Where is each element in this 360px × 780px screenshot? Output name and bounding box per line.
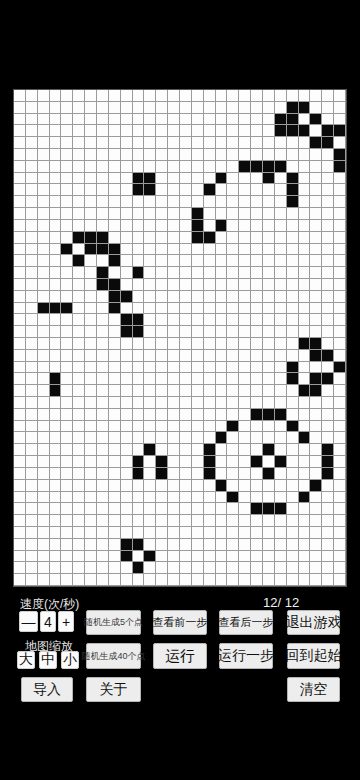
cell-r10-c9[interactable]	[121, 208, 133, 220]
cell-r2-c25[interactable]	[310, 114, 322, 126]
cell-r3-c1[interactable]	[26, 125, 38, 137]
cell-r17-c15[interactable]	[192, 291, 204, 303]
cell-r0-c18[interactable]	[227, 90, 239, 102]
cell-r25-c10[interactable]	[133, 385, 145, 397]
cell-r9-c13[interactable]	[168, 196, 180, 208]
cell-r2-c14[interactable]	[180, 114, 192, 126]
cell-r33-c16[interactable]	[204, 480, 216, 492]
cell-r6-c13[interactable]	[168, 161, 180, 173]
cell-r10-c12[interactable]	[156, 208, 168, 220]
cell-r15-c20[interactable]	[251, 267, 263, 279]
cell-r37-c13[interactable]	[168, 527, 180, 539]
cell-r3-c9[interactable]	[121, 125, 133, 137]
cell-r1-c17[interactable]	[216, 102, 228, 114]
cell-r11-c19[interactable]	[239, 220, 251, 232]
cell-r9-c8[interactable]	[109, 196, 121, 208]
cell-r38-c24[interactable]	[299, 539, 311, 551]
cell-r13-c11[interactable]	[144, 244, 156, 256]
cell-r17-c23[interactable]	[287, 291, 299, 303]
cell-r33-c18[interactable]	[227, 480, 239, 492]
cell-r40-c19[interactable]	[239, 562, 251, 574]
cell-r38-c15[interactable]	[192, 539, 204, 551]
cell-r10-c1[interactable]	[26, 208, 38, 220]
cell-r8-c4[interactable]	[61, 184, 73, 196]
cell-r37-c11[interactable]	[144, 527, 156, 539]
cell-r10-c3[interactable]	[50, 208, 62, 220]
cell-r16-c9[interactable]	[121, 279, 133, 291]
cell-r15-c10[interactable]	[133, 267, 145, 279]
cell-r16-c6[interactable]	[85, 279, 97, 291]
cell-r6-c1[interactable]	[26, 161, 38, 173]
cell-r26-c5[interactable]	[73, 397, 85, 409]
cell-r0-c16[interactable]	[204, 90, 216, 102]
cell-r16-c5[interactable]	[73, 279, 85, 291]
cell-r15-c5[interactable]	[73, 267, 85, 279]
cell-r33-c17[interactable]	[216, 480, 228, 492]
cell-r39-c22[interactable]	[275, 551, 287, 563]
cell-r9-c7[interactable]	[97, 196, 109, 208]
cell-r22-c23[interactable]	[287, 350, 299, 362]
cell-r40-c20[interactable]	[251, 562, 263, 574]
cell-r24-c3[interactable]	[50, 373, 62, 385]
cell-r41-c26[interactable]	[322, 574, 334, 586]
cell-r5-c8[interactable]	[109, 149, 121, 161]
cell-r27-c26[interactable]	[322, 409, 334, 421]
cell-r10-c26[interactable]	[322, 208, 334, 220]
cell-r32-c4[interactable]	[61, 468, 73, 480]
cell-r37-c24[interactable]	[299, 527, 311, 539]
cell-r27-c15[interactable]	[192, 409, 204, 421]
cell-r27-c3[interactable]	[50, 409, 62, 421]
back-to-start-button[interactable]: 回到起始	[287, 643, 340, 669]
cell-r4-c19[interactable]	[239, 137, 251, 149]
cell-r9-c0[interactable]	[14, 196, 26, 208]
cell-r24-c19[interactable]	[239, 373, 251, 385]
cell-r2-c23[interactable]	[287, 114, 299, 126]
cell-r9-c19[interactable]	[239, 196, 251, 208]
cell-r5-c3[interactable]	[50, 149, 62, 161]
cell-r11-c22[interactable]	[275, 220, 287, 232]
cell-r19-c3[interactable]	[50, 314, 62, 326]
cell-r32-c17[interactable]	[216, 468, 228, 480]
cell-r25-c19[interactable]	[239, 385, 251, 397]
cell-r32-c5[interactable]	[73, 468, 85, 480]
cell-r21-c8[interactable]	[109, 338, 121, 350]
cell-r12-c15[interactable]	[192, 232, 204, 244]
cell-r31-c19[interactable]	[239, 456, 251, 468]
cell-r25-c1[interactable]	[26, 385, 38, 397]
cell-r26-c4[interactable]	[61, 397, 73, 409]
cell-r35-c15[interactable]	[192, 503, 204, 515]
cell-r14-c24[interactable]	[299, 255, 311, 267]
cell-r35-c25[interactable]	[310, 503, 322, 515]
cell-r20-c20[interactable]	[251, 326, 263, 338]
cell-r33-c2[interactable]	[38, 480, 50, 492]
cell-r34-c6[interactable]	[85, 492, 97, 504]
cell-r7-c18[interactable]	[227, 173, 239, 185]
cell-r24-c25[interactable]	[310, 373, 322, 385]
cell-r8-c9[interactable]	[121, 184, 133, 196]
cell-r10-c10[interactable]	[133, 208, 145, 220]
cell-r5-c7[interactable]	[97, 149, 109, 161]
cell-r19-c7[interactable]	[97, 314, 109, 326]
cell-r25-c24[interactable]	[299, 385, 311, 397]
cell-r5-c26[interactable]	[322, 149, 334, 161]
cell-r29-c27[interactable]	[334, 432, 346, 444]
cell-r21-c20[interactable]	[251, 338, 263, 350]
cell-r30-c9[interactable]	[121, 444, 133, 456]
cell-r16-c27[interactable]	[334, 279, 346, 291]
cell-r0-c13[interactable]	[168, 90, 180, 102]
cell-r21-c26[interactable]	[322, 338, 334, 350]
cell-r32-c18[interactable]	[227, 468, 239, 480]
cell-r32-c22[interactable]	[275, 468, 287, 480]
cell-r33-c23[interactable]	[287, 480, 299, 492]
cell-r38-c11[interactable]	[144, 539, 156, 551]
cell-r4-c18[interactable]	[227, 137, 239, 149]
cell-r6-c23[interactable]	[287, 161, 299, 173]
run-one-step-button[interactable]: 运行一步	[219, 643, 273, 669]
cell-r20-c1[interactable]	[26, 326, 38, 338]
cell-r37-c17[interactable]	[216, 527, 228, 539]
cell-r23-c4[interactable]	[61, 362, 73, 374]
cell-r41-c5[interactable]	[73, 574, 85, 586]
cell-r40-c9[interactable]	[121, 562, 133, 574]
cell-r7-c22[interactable]	[275, 173, 287, 185]
clear-button[interactable]: 清空	[287, 677, 340, 702]
cell-r40-c18[interactable]	[227, 562, 239, 574]
cell-r29-c20[interactable]	[251, 432, 263, 444]
cell-r35-c26[interactable]	[322, 503, 334, 515]
cell-r4-c11[interactable]	[144, 137, 156, 149]
cell-r25-c8[interactable]	[109, 385, 121, 397]
cell-r23-c17[interactable]	[216, 362, 228, 374]
cell-r9-c15[interactable]	[192, 196, 204, 208]
cell-r23-c12[interactable]	[156, 362, 168, 374]
cell-r11-c23[interactable]	[287, 220, 299, 232]
cell-r30-c22[interactable]	[275, 444, 287, 456]
cell-r0-c6[interactable]	[85, 90, 97, 102]
speed-decrease-button[interactable]: —	[19, 611, 38, 632]
cell-r41-c19[interactable]	[239, 574, 251, 586]
cell-r20-c12[interactable]	[156, 326, 168, 338]
cell-r18-c23[interactable]	[287, 303, 299, 315]
cell-r34-c9[interactable]	[121, 492, 133, 504]
cell-r12-c2[interactable]	[38, 232, 50, 244]
cell-r38-c8[interactable]	[109, 539, 121, 551]
cell-r12-c7[interactable]	[97, 232, 109, 244]
cell-r1-c25[interactable]	[310, 102, 322, 114]
cell-r16-c16[interactable]	[204, 279, 216, 291]
cell-r24-c17[interactable]	[216, 373, 228, 385]
cell-r18-c15[interactable]	[192, 303, 204, 315]
cell-r39-c7[interactable]	[97, 551, 109, 563]
cell-r5-c6[interactable]	[85, 149, 97, 161]
cell-r5-c23[interactable]	[287, 149, 299, 161]
cell-r5-c25[interactable]	[310, 149, 322, 161]
cell-r39-c15[interactable]	[192, 551, 204, 563]
cell-r35-c3[interactable]	[50, 503, 62, 515]
cell-r5-c9[interactable]	[121, 149, 133, 161]
cell-r32-c20[interactable]	[251, 468, 263, 480]
cell-r7-c25[interactable]	[310, 173, 322, 185]
cell-r10-c18[interactable]	[227, 208, 239, 220]
cell-r19-c2[interactable]	[38, 314, 50, 326]
cell-r1-c0[interactable]	[14, 102, 26, 114]
zoom-large-button[interactable]: 大	[17, 651, 35, 669]
cell-r7-c14[interactable]	[180, 173, 192, 185]
cell-r9-c20[interactable]	[251, 196, 263, 208]
cell-r10-c6[interactable]	[85, 208, 97, 220]
cell-r40-c23[interactable]	[287, 562, 299, 574]
cell-r34-c12[interactable]	[156, 492, 168, 504]
cell-r21-c5[interactable]	[73, 338, 85, 350]
cell-r2-c26[interactable]	[322, 114, 334, 126]
cell-r24-c8[interactable]	[109, 373, 121, 385]
cell-r22-c14[interactable]	[180, 350, 192, 362]
cell-r13-c3[interactable]	[50, 244, 62, 256]
run-button[interactable]: 运行	[153, 643, 207, 669]
cell-r5-c5[interactable]	[73, 149, 85, 161]
cell-r26-c21[interactable]	[263, 397, 275, 409]
cell-r41-c6[interactable]	[85, 574, 97, 586]
cell-r12-c21[interactable]	[263, 232, 275, 244]
cell-r1-c26[interactable]	[322, 102, 334, 114]
cell-r19-c4[interactable]	[61, 314, 73, 326]
cell-r4-c16[interactable]	[204, 137, 216, 149]
cell-r41-c11[interactable]	[144, 574, 156, 586]
cell-r25-c27[interactable]	[334, 385, 346, 397]
cell-r14-c4[interactable]	[61, 255, 73, 267]
cell-r21-c27[interactable]	[334, 338, 346, 350]
cell-r27-c19[interactable]	[239, 409, 251, 421]
cell-r0-c4[interactable]	[61, 90, 73, 102]
cell-r16-c11[interactable]	[144, 279, 156, 291]
cell-r40-c16[interactable]	[204, 562, 216, 574]
cell-r36-c22[interactable]	[275, 515, 287, 527]
cell-r22-c18[interactable]	[227, 350, 239, 362]
cell-r5-c4[interactable]	[61, 149, 73, 161]
cell-r14-c19[interactable]	[239, 255, 251, 267]
cell-r13-c2[interactable]	[38, 244, 50, 256]
cell-r37-c27[interactable]	[334, 527, 346, 539]
cell-r24-c0[interactable]	[14, 373, 26, 385]
cell-r36-c10[interactable]	[133, 515, 145, 527]
cell-r0-c8[interactable]	[109, 90, 121, 102]
cell-r21-c10[interactable]	[133, 338, 145, 350]
cell-r10-c8[interactable]	[109, 208, 121, 220]
cell-r8-c8[interactable]	[109, 184, 121, 196]
cell-r20-c2[interactable]	[38, 326, 50, 338]
cell-r36-c25[interactable]	[310, 515, 322, 527]
cell-r18-c16[interactable]	[204, 303, 216, 315]
cell-r38-c21[interactable]	[263, 539, 275, 551]
cell-r25-c12[interactable]	[156, 385, 168, 397]
cell-r14-c10[interactable]	[133, 255, 145, 267]
cell-r39-c10[interactable]	[133, 551, 145, 563]
cell-r30-c25[interactable]	[310, 444, 322, 456]
cell-r34-c10[interactable]	[133, 492, 145, 504]
cell-r31-c18[interactable]	[227, 456, 239, 468]
cell-r17-c16[interactable]	[204, 291, 216, 303]
cell-r21-c2[interactable]	[38, 338, 50, 350]
cell-r11-c13[interactable]	[168, 220, 180, 232]
cell-r23-c16[interactable]	[204, 362, 216, 374]
cell-r24-c4[interactable]	[61, 373, 73, 385]
cell-r26-c19[interactable]	[239, 397, 251, 409]
cell-r6-c19[interactable]	[239, 161, 251, 173]
cell-r10-c7[interactable]	[97, 208, 109, 220]
cell-r27-c8[interactable]	[109, 409, 121, 421]
cell-r5-c19[interactable]	[239, 149, 251, 161]
cell-r3-c23[interactable]	[287, 125, 299, 137]
cell-r28-c3[interactable]	[50, 421, 62, 433]
cell-r33-c3[interactable]	[50, 480, 62, 492]
cell-r19-c21[interactable]	[263, 314, 275, 326]
cell-r20-c21[interactable]	[263, 326, 275, 338]
cell-r18-c20[interactable]	[251, 303, 263, 315]
cell-r35-c4[interactable]	[61, 503, 73, 515]
cell-r15-c12[interactable]	[156, 267, 168, 279]
cell-r33-c14[interactable]	[180, 480, 192, 492]
cell-r35-c7[interactable]	[97, 503, 109, 515]
cell-r41-c14[interactable]	[180, 574, 192, 586]
cell-r24-c9[interactable]	[121, 373, 133, 385]
cell-r38-c27[interactable]	[334, 539, 346, 551]
cell-r38-c20[interactable]	[251, 539, 263, 551]
cell-r13-c8[interactable]	[109, 244, 121, 256]
cell-r10-c15[interactable]	[192, 208, 204, 220]
view-next-step-button[interactable]: 查看后一步	[219, 610, 273, 635]
cell-r25-c14[interactable]	[180, 385, 192, 397]
cell-r16-c7[interactable]	[97, 279, 109, 291]
cell-r18-c25[interactable]	[310, 303, 322, 315]
cell-r16-c15[interactable]	[192, 279, 204, 291]
cell-r7-c15[interactable]	[192, 173, 204, 185]
cell-r13-c26[interactable]	[322, 244, 334, 256]
cell-r15-c17[interactable]	[216, 267, 228, 279]
cell-r14-c26[interactable]	[322, 255, 334, 267]
cell-r19-c13[interactable]	[168, 314, 180, 326]
cell-r30-c24[interactable]	[299, 444, 311, 456]
cell-r40-c15[interactable]	[192, 562, 204, 574]
cell-r34-c25[interactable]	[310, 492, 322, 504]
cell-r29-c17[interactable]	[216, 432, 228, 444]
cell-r23-c19[interactable]	[239, 362, 251, 374]
cell-r1-c16[interactable]	[204, 102, 216, 114]
cell-r21-c0[interactable]	[14, 338, 26, 350]
cell-r27-c24[interactable]	[299, 409, 311, 421]
cell-r8-c15[interactable]	[192, 184, 204, 196]
cell-r36-c11[interactable]	[144, 515, 156, 527]
cell-r40-c3[interactable]	[50, 562, 62, 574]
cell-r40-c11[interactable]	[144, 562, 156, 574]
cell-r24-c21[interactable]	[263, 373, 275, 385]
cell-r21-c18[interactable]	[227, 338, 239, 350]
cell-r41-c2[interactable]	[38, 574, 50, 586]
cell-r24-c14[interactable]	[180, 373, 192, 385]
cell-r34-c2[interactable]	[38, 492, 50, 504]
cell-r34-c26[interactable]	[322, 492, 334, 504]
cell-r14-c15[interactable]	[192, 255, 204, 267]
cell-r28-c18[interactable]	[227, 421, 239, 433]
cell-r37-c25[interactable]	[310, 527, 322, 539]
cell-r7-c9[interactable]	[121, 173, 133, 185]
cell-r11-c17[interactable]	[216, 220, 228, 232]
cell-r18-c22[interactable]	[275, 303, 287, 315]
cell-r30-c10[interactable]	[133, 444, 145, 456]
cell-r5-c27[interactable]	[334, 149, 346, 161]
cell-r13-c22[interactable]	[275, 244, 287, 256]
cell-r19-c19[interactable]	[239, 314, 251, 326]
cell-r24-c20[interactable]	[251, 373, 263, 385]
cell-r37-c14[interactable]	[180, 527, 192, 539]
cell-r30-c17[interactable]	[216, 444, 228, 456]
cell-r30-c5[interactable]	[73, 444, 85, 456]
cell-r24-c6[interactable]	[85, 373, 97, 385]
cell-r13-c18[interactable]	[227, 244, 239, 256]
cell-r2-c3[interactable]	[50, 114, 62, 126]
cell-r8-c7[interactable]	[97, 184, 109, 196]
cell-r21-c21[interactable]	[263, 338, 275, 350]
cell-r6-c3[interactable]	[50, 161, 62, 173]
cell-r10-c4[interactable]	[61, 208, 73, 220]
cell-r35-c18[interactable]	[227, 503, 239, 515]
cell-r36-c27[interactable]	[334, 515, 346, 527]
cell-r35-c2[interactable]	[38, 503, 50, 515]
cell-r20-c14[interactable]	[180, 326, 192, 338]
cell-r8-c12[interactable]	[156, 184, 168, 196]
cell-r32-c25[interactable]	[310, 468, 322, 480]
cell-r32-c0[interactable]	[14, 468, 26, 480]
cell-r9-c5[interactable]	[73, 196, 85, 208]
cell-r33-c19[interactable]	[239, 480, 251, 492]
cell-r32-c7[interactable]	[97, 468, 109, 480]
cell-r10-c25[interactable]	[310, 208, 322, 220]
cell-r22-c27[interactable]	[334, 350, 346, 362]
cell-r28-c12[interactable]	[156, 421, 168, 433]
cell-r5-c10[interactable]	[133, 149, 145, 161]
cell-r33-c9[interactable]	[121, 480, 133, 492]
cell-r29-c14[interactable]	[180, 432, 192, 444]
cell-r30-c23[interactable]	[287, 444, 299, 456]
cell-r0-c7[interactable]	[97, 90, 109, 102]
cell-r38-c23[interactable]	[287, 539, 299, 551]
cell-r19-c1[interactable]	[26, 314, 38, 326]
cell-r32-c8[interactable]	[109, 468, 121, 480]
cell-r6-c4[interactable]	[61, 161, 73, 173]
cell-r33-c27[interactable]	[334, 480, 346, 492]
cell-r12-c13[interactable]	[168, 232, 180, 244]
cell-r39-c3[interactable]	[50, 551, 62, 563]
cell-r23-c26[interactable]	[322, 362, 334, 374]
cell-r23-c1[interactable]	[26, 362, 38, 374]
cell-r4-c8[interactable]	[109, 137, 121, 149]
cell-r7-c6[interactable]	[85, 173, 97, 185]
cell-r37-c22[interactable]	[275, 527, 287, 539]
cell-r23-c21[interactable]	[263, 362, 275, 374]
cell-r26-c18[interactable]	[227, 397, 239, 409]
cell-r13-c15[interactable]	[192, 244, 204, 256]
cell-r1-c18[interactable]	[227, 102, 239, 114]
cell-r28-c5[interactable]	[73, 421, 85, 433]
cell-r40-c27[interactable]	[334, 562, 346, 574]
cell-r23-c10[interactable]	[133, 362, 145, 374]
cell-r30-c6[interactable]	[85, 444, 97, 456]
cell-r25-c25[interactable]	[310, 385, 322, 397]
cell-r3-c17[interactable]	[216, 125, 228, 137]
cell-r17-c8[interactable]	[109, 291, 121, 303]
